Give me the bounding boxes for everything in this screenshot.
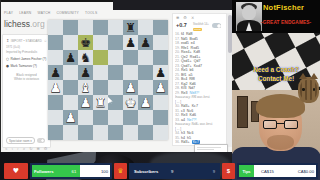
menu-icon[interactable]: ≡ xyxy=(176,15,179,20)
tips-right-value: CA$0.00 xyxy=(298,169,314,174)
square-h7[interactable] xyxy=(153,35,168,50)
move-number: 17. xyxy=(175,37,180,41)
square-f5[interactable] xyxy=(123,65,138,80)
channel-banner: NotFischer -GREAT ENDGAMES- xyxy=(232,0,320,33)
square-f2[interactable] xyxy=(123,110,138,125)
move[interactable]: Kf3 xyxy=(181,86,186,90)
subscribers-bar: Subscribers 9 9 xyxy=(129,163,220,179)
cat xyxy=(298,77,319,103)
move-list: 16.f4Rd817.Nd5Bxd518.exd5e419.Rfe1Rxd520… xyxy=(175,32,226,145)
streamer-beard xyxy=(267,135,294,150)
move[interactable]: Qxd1+ xyxy=(181,59,192,63)
square-h2[interactable] xyxy=(153,110,168,125)
star-icon[interactable]: ☆ xyxy=(44,39,47,43)
panel-icon-row: ≡⚙× xyxy=(176,15,194,20)
square-a5[interactable]: ♟ xyxy=(48,65,63,80)
move[interactable]: Bf1 xyxy=(181,73,186,77)
next-move-icon[interactable]: › xyxy=(17,146,19,151)
move[interactable]: f4 xyxy=(181,32,184,36)
move-number: 27. xyxy=(175,82,180,86)
move[interactable]: exd5 xyxy=(181,41,189,45)
square-d3[interactable]: ♜ xyxy=(93,95,108,110)
square-a7[interactable] xyxy=(48,35,63,50)
square-b2[interactable]: ♟ xyxy=(63,110,78,125)
move[interactable]: h5 xyxy=(187,136,191,140)
square-d2[interactable] xyxy=(93,110,108,125)
white-player-row[interactable]: ○ Robert James Fischer (?) xyxy=(6,57,47,61)
caret-down-icon: ▾ xyxy=(30,139,32,143)
square-b6[interactable]: ♟ xyxy=(63,50,78,65)
square-f3[interactable]: ♚ xyxy=(123,95,138,110)
move[interactable]: b6 xyxy=(190,68,194,72)
black-pawn[interactable]: ♟ xyxy=(50,65,61,80)
move[interactable]: Re3 xyxy=(181,113,188,117)
streamer-hair xyxy=(256,94,305,118)
move-number: 23. xyxy=(175,64,180,68)
game-date: 1971 (0+0) xyxy=(6,45,47,49)
square-h1[interactable] xyxy=(153,125,168,140)
square-a8[interactable] xyxy=(48,20,63,35)
chat-toggle[interactable] xyxy=(37,138,45,143)
move[interactable]: Rxe4+ xyxy=(181,50,192,54)
square-g1[interactable] xyxy=(138,125,153,140)
move[interactable]: Re3 xyxy=(181,91,188,95)
square-a4[interactable]: ♟ xyxy=(48,80,63,95)
move[interactable]: Nd7 xyxy=(188,86,195,90)
site-nav: PLAY LEARN WATCH COMMUNITY TOOLS xyxy=(4,11,97,15)
gear-icon[interactable]: ⚙ xyxy=(183,15,187,20)
tips-icon-box: $ xyxy=(222,163,235,179)
square-b1[interactable] xyxy=(63,125,78,140)
black-pawn[interactable]: ♟ xyxy=(65,50,76,65)
black-knight[interactable]: ♞ xyxy=(80,50,91,65)
game-info-card: ↥ IMPORT • STANDARD ☆ 1971 (0+0) Importe… xyxy=(2,34,51,148)
dollar-icon: $ xyxy=(227,168,230,174)
move-number: 35. xyxy=(175,136,180,140)
cat-eye xyxy=(302,88,305,91)
engine-badge: NNUE xyxy=(193,28,202,31)
analysis-toolbar: «‹›»↻≡⚙ xyxy=(5,146,47,151)
move-number: 21. xyxy=(175,55,180,59)
fischer-photo xyxy=(236,2,262,31)
square-e4[interactable] xyxy=(108,80,123,95)
square-f1[interactable] xyxy=(123,125,138,140)
square-c6[interactable]: ♞ xyxy=(78,50,93,65)
move[interactable]: Rd3+ xyxy=(181,104,190,108)
subscribers-label: Subscribers xyxy=(134,169,158,174)
settings-icon[interactable]: ⚙ xyxy=(44,146,48,151)
square-b8[interactable] xyxy=(63,20,78,35)
square-e3[interactable] xyxy=(108,95,123,110)
square-d8[interactable] xyxy=(93,20,108,35)
glasses-lens xyxy=(263,120,277,129)
followers-goal: 100 xyxy=(101,169,108,174)
square-g2[interactable] xyxy=(138,110,153,125)
move-number: 25. xyxy=(175,73,180,77)
move[interactable]: h4 xyxy=(181,136,185,140)
square-d1[interactable] xyxy=(93,125,108,140)
move-number: 19. xyxy=(175,46,180,50)
channel-tagline: -GREAT ENDGAMES- xyxy=(261,20,320,25)
engine-name: Stockfish 14+ xyxy=(193,23,212,26)
cat-eye xyxy=(313,88,316,91)
glasses-bridge xyxy=(277,123,284,124)
move-number: 29. xyxy=(175,91,180,95)
move-number: 28. xyxy=(175,86,180,90)
prev-move-icon[interactable]: ‹ xyxy=(11,146,13,151)
move-number: 26. xyxy=(175,77,180,81)
scrollbar[interactable] xyxy=(227,13,232,147)
black-pawn[interactable]: ♟ xyxy=(155,65,166,80)
black-pawn[interactable]: ♟ xyxy=(80,65,91,80)
square-f8[interactable]: ♜ xyxy=(123,20,138,35)
square-h8[interactable] xyxy=(153,20,168,35)
move-number: 31. xyxy=(175,109,180,113)
square-a1[interactable] xyxy=(48,125,63,140)
subscribers-right-value: 9 xyxy=(213,169,215,174)
white-player-name: Robert James Fischer (?) xyxy=(10,57,46,61)
square-g3[interactable]: ♟ xyxy=(138,95,153,110)
square-e5[interactable] xyxy=(108,65,123,80)
black-rook[interactable]: ♜ xyxy=(125,20,136,35)
tips-tag: Tips xyxy=(239,165,254,177)
followers-bar: Followers 61 100 xyxy=(30,163,112,179)
glasses-lens xyxy=(284,120,298,129)
flip-board-icon[interactable]: ↻ xyxy=(29,146,32,151)
square-b3[interactable] xyxy=(63,95,78,110)
square-f4[interactable]: ♟ xyxy=(123,80,138,95)
move[interactable]: Rd8 xyxy=(186,32,193,36)
square-c7[interactable]: ♚ xyxy=(78,35,93,50)
scrollbar-thumb[interactable] xyxy=(228,15,232,53)
subscribers-value: 9 xyxy=(171,169,173,174)
move[interactable]: Rd3+ xyxy=(181,140,190,144)
game-result: Black resigned White is victorious xyxy=(6,73,47,81)
square-a6[interactable] xyxy=(48,50,63,65)
square-b4[interactable] xyxy=(63,80,78,95)
square-e6[interactable] xyxy=(108,50,123,65)
square-c5[interactable]: ♟ xyxy=(78,65,93,80)
crown-icon: ♛ xyxy=(118,167,124,175)
spectator-room-select[interactable]: Spectator room ▾ xyxy=(6,137,35,144)
move[interactable]: Re5 xyxy=(181,68,188,72)
square-c2[interactable] xyxy=(78,110,93,125)
square-c4[interactable]: ♝ xyxy=(78,80,93,95)
square-g7[interactable]: ♟ xyxy=(138,35,153,50)
move[interactable]: Qd7 xyxy=(194,59,201,63)
move-number: 32. xyxy=(175,113,180,117)
white-pawn[interactable]: ♟ xyxy=(80,95,91,110)
subscribers-icon-box: ♛ xyxy=(114,163,127,179)
move-number: 24. xyxy=(175,68,180,72)
followers-value: 61 xyxy=(72,169,77,174)
move[interactable]: Ne7?! xyxy=(187,118,197,122)
followers-icon-box: ♥ xyxy=(4,163,28,179)
photo-face xyxy=(242,5,256,20)
move-number: 36. xyxy=(175,140,180,144)
move[interactable]: Nc6 xyxy=(187,109,193,113)
nav-item-play[interactable]: PLAY xyxy=(4,11,13,15)
nav-item-tools[interactable]: TOOLS xyxy=(85,11,97,15)
white-king[interactable]: ♚ xyxy=(125,95,136,110)
move[interactable]: Nc6 xyxy=(187,131,193,135)
white-pawn[interactable]: ♟ xyxy=(125,80,136,95)
move[interactable]: Nb8?! xyxy=(190,91,200,95)
black-king[interactable]: ♚ xyxy=(80,35,91,50)
square-a2[interactable] xyxy=(48,110,63,125)
streamer-head xyxy=(259,98,302,151)
move[interactable]: Nd5 xyxy=(181,37,188,41)
white-pawn[interactable]: ♟ xyxy=(50,80,61,95)
stream-stats-bar: ♥ Followers 61 100 ♛ Subscribers 9 9 $ T… xyxy=(0,163,320,179)
move[interactable]: Kd6 xyxy=(190,113,196,117)
black-pawn[interactable]: ♟ xyxy=(125,35,136,50)
move[interactable]: Bc4 xyxy=(181,77,187,81)
nav-item-learn[interactable]: LEARN xyxy=(19,11,31,15)
stream-scene: NotFischer -GREAT ENDGAMES- Need a Coach… xyxy=(0,0,320,180)
square-b7[interactable] xyxy=(63,35,78,50)
square-d4[interactable] xyxy=(93,80,108,95)
white-disc-icon: ○ xyxy=(6,57,9,61)
move[interactable]: Qe2 xyxy=(181,55,188,59)
move-number: 22. xyxy=(175,59,180,63)
move-number: 16. xyxy=(175,32,180,36)
square-h4[interactable]: ♟ xyxy=(153,80,168,95)
white-pawn[interactable]: ♟ xyxy=(65,110,76,125)
square-f6[interactable] xyxy=(123,50,138,65)
nav-item-community[interactable]: COMMUNITY xyxy=(56,11,79,15)
move[interactable]: Rxd1+ xyxy=(190,55,201,59)
streamer-glasses xyxy=(263,120,298,130)
square-h3[interactable] xyxy=(153,95,168,110)
move-number: 30. xyxy=(175,104,180,108)
move[interactable]: Bxd5 xyxy=(190,37,198,41)
channel-name: NotFischer xyxy=(263,3,319,12)
analysis-panel: ≡⚙× +0.7 Stockfish 14+ NNUE 16.f4Rd817.N… xyxy=(172,13,227,146)
square-c8[interactable] xyxy=(78,20,93,35)
square-d5[interactable] xyxy=(93,65,108,80)
move[interactable]: Kg2 xyxy=(181,82,187,86)
tips-value: CA$15 xyxy=(261,169,274,174)
move[interactable]: Kxd7 xyxy=(194,64,202,68)
square-d7[interactable] xyxy=(93,35,108,50)
square-g8[interactable] xyxy=(138,20,153,35)
square-e8[interactable] xyxy=(108,20,123,35)
import-icon: ↥ xyxy=(6,38,9,43)
move[interactable]: Kd8 xyxy=(194,50,200,54)
close-icon[interactable]: × xyxy=(191,15,194,20)
move[interactable]: Kd6 xyxy=(189,82,195,86)
window-dark-header xyxy=(113,0,232,10)
white-pawn[interactable]: ♟ xyxy=(140,95,151,110)
move[interactable]: e4 xyxy=(191,41,195,45)
square-e1[interactable] xyxy=(108,125,123,140)
lichess-logo[interactable]: lichess.org xyxy=(4,19,45,29)
move-number: 18. xyxy=(175,41,180,45)
square-g6[interactable] xyxy=(138,50,153,65)
square-c3[interactable]: ♟ xyxy=(78,95,93,110)
move-number: 34. xyxy=(175,131,180,135)
tooltip xyxy=(194,144,228,152)
move[interactable]: Qxd7+ xyxy=(181,64,192,68)
white-bishop[interactable]: ♝ xyxy=(80,80,91,95)
move[interactable]: Kc7 xyxy=(192,104,198,108)
white-pawn[interactable]: ♟ xyxy=(155,80,166,95)
nav-item-watch[interactable]: WATCH xyxy=(37,11,50,15)
game-type: IMPORT • STANDARD xyxy=(11,39,42,43)
last-move-icon[interactable]: » xyxy=(23,146,25,151)
menu-icon[interactable]: ≡ xyxy=(36,146,39,151)
white-rook[interactable]: ♜ xyxy=(95,95,106,110)
move-number: 20. xyxy=(175,50,180,54)
square-b5[interactable] xyxy=(63,65,78,80)
square-g4[interactable] xyxy=(138,80,153,95)
move[interactable]: Rfe1 xyxy=(181,46,189,50)
move[interactable]: a5 xyxy=(188,73,192,77)
square-c1[interactable] xyxy=(78,125,93,140)
square-f7[interactable]: ♟ xyxy=(123,35,138,50)
chess-board[interactable]: ♜♚♟♟♟♞♟♟♟♟♝♟♟♟♜♚♟♟ xyxy=(48,20,168,140)
move[interactable]: Rf8 xyxy=(189,77,195,81)
black-pawn[interactable]: ♟ xyxy=(140,35,151,50)
black-player-row[interactable]: ● Mark Taimanov (?) xyxy=(6,64,47,68)
first-move-icon[interactable]: « xyxy=(5,146,7,151)
black-player-name: Mark Taimanov (?) xyxy=(10,64,36,68)
square-a3[interactable] xyxy=(48,95,63,110)
picture-frame xyxy=(237,96,248,128)
engine-toggle[interactable] xyxy=(212,23,221,28)
square-h5[interactable]: ♟ xyxy=(153,65,168,80)
tips-bar: Tips CA$15 CA$0.00 xyxy=(237,163,318,179)
black-disc-icon: ● xyxy=(6,64,9,68)
move[interactable]: h3 xyxy=(181,131,185,135)
webcam-overlay: NotFischer -GREAT ENDGAMES- Need a Coach… xyxy=(232,0,320,180)
square-g5[interactable] xyxy=(138,65,153,80)
imported-by: Imported by Primordialis xyxy=(6,50,47,54)
square-d6[interactable] xyxy=(93,50,108,65)
browser-window: PLAY LEARN WATCH COMMUNITY TOOLS lichess… xyxy=(0,0,232,152)
heart-icon: ♥ xyxy=(13,167,19,175)
move[interactable]: Rxd5 xyxy=(191,46,199,50)
move[interactable]: a4 xyxy=(181,118,185,122)
engine-eval: +0.7 xyxy=(176,22,187,28)
move[interactable]: c3 xyxy=(181,109,185,113)
move-number: 33. xyxy=(175,118,180,122)
square-e2[interactable] xyxy=(108,110,123,125)
square-e7[interactable] xyxy=(108,35,123,50)
followers-label: Followers xyxy=(34,169,54,174)
square-h6[interactable] xyxy=(153,50,168,65)
